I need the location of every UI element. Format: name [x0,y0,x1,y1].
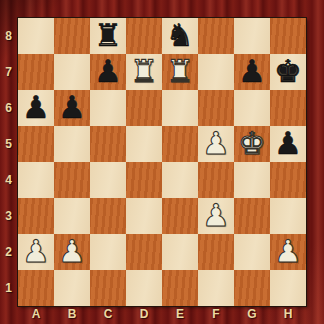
square-e5[interactable] [162,126,198,162]
square-h4[interactable] [270,162,306,198]
black-knight: ♞ [166,17,194,53]
file-label-g: G [234,305,270,324]
square-f1[interactable] [198,270,234,306]
square-e6[interactable] [162,90,198,126]
black-pawn: ♟ [238,53,266,89]
square-c1[interactable] [90,270,126,306]
square-g8[interactable] [234,18,270,54]
square-a5[interactable] [18,126,54,162]
square-h1[interactable] [270,270,306,306]
square-g6[interactable] [234,90,270,126]
rank-label-5: 5 [0,126,17,162]
file-label-d: D [126,305,162,324]
square-b6[interactable]: ♟ [54,90,90,126]
square-e1[interactable] [162,270,198,306]
square-b1[interactable] [54,270,90,306]
square-a3[interactable] [18,198,54,234]
square-c6[interactable] [90,90,126,126]
file-label-a: A [18,305,54,324]
square-h3[interactable] [270,198,306,234]
square-f3[interactable]: ♟ [198,198,234,234]
square-d5[interactable] [126,126,162,162]
black-rook: ♜ [94,17,122,53]
file-label-c: C [90,305,126,324]
square-a6[interactable]: ♟ [18,90,54,126]
square-g1[interactable] [234,270,270,306]
square-c2[interactable] [90,234,126,270]
square-f8[interactable] [198,18,234,54]
square-h7[interactable]: ♚ [270,54,306,90]
chess-board: ♜♞♟♜♜♟♚♟♟♟♚♟♟♟♟♟ [18,18,306,306]
black-pawn: ♟ [58,89,86,125]
white-pawn: ♟ [202,197,230,233]
rank-label-3: 3 [0,198,17,234]
rank-label-2: 2 [0,234,17,270]
white-rook: ♜ [130,53,158,89]
square-c3[interactable] [90,198,126,234]
square-b8[interactable] [54,18,90,54]
square-d8[interactable] [126,18,162,54]
square-h6[interactable] [270,90,306,126]
file-label-e: E [162,305,198,324]
file-label-f: F [198,305,234,324]
black-pawn: ♟ [274,125,302,161]
square-f5[interactable]: ♟ [198,126,234,162]
square-b4[interactable] [54,162,90,198]
square-b7[interactable] [54,54,90,90]
rank-label-4: 4 [0,162,17,198]
square-a7[interactable] [18,54,54,90]
square-g3[interactable] [234,198,270,234]
square-d1[interactable] [126,270,162,306]
square-b2[interactable]: ♟ [54,234,90,270]
square-h8[interactable] [270,18,306,54]
rank-label-8: 8 [0,18,17,54]
square-f6[interactable] [198,90,234,126]
black-king: ♚ [274,53,302,89]
square-h5[interactable]: ♟ [270,126,306,162]
black-pawn: ♟ [94,53,122,89]
square-a8[interactable] [18,18,54,54]
square-b3[interactable] [54,198,90,234]
white-rook: ♜ [166,53,194,89]
white-pawn: ♟ [202,125,230,161]
square-h2[interactable]: ♟ [270,234,306,270]
white-pawn: ♟ [22,233,50,269]
chess-board-frame: ♜♞♟♜♜♟♚♟♟♟♚♟♟♟♟♟ 87654321 ABCDEFGH [0,0,324,324]
square-c7[interactable]: ♟ [90,54,126,90]
square-a4[interactable] [18,162,54,198]
square-a2[interactable]: ♟ [18,234,54,270]
white-pawn: ♟ [274,233,302,269]
square-e7[interactable]: ♜ [162,54,198,90]
square-f4[interactable] [198,162,234,198]
square-c4[interactable] [90,162,126,198]
square-d4[interactable] [126,162,162,198]
file-label-b: B [54,305,90,324]
white-pawn: ♟ [58,233,86,269]
white-king: ♚ [238,125,266,161]
square-d3[interactable] [126,198,162,234]
square-e2[interactable] [162,234,198,270]
rank-label-7: 7 [0,54,17,90]
square-c8[interactable]: ♜ [90,18,126,54]
rank-label-1: 1 [0,270,17,306]
square-f2[interactable] [198,234,234,270]
square-d6[interactable] [126,90,162,126]
black-pawn: ♟ [22,89,50,125]
square-f7[interactable] [198,54,234,90]
square-c5[interactable] [90,126,126,162]
square-d2[interactable] [126,234,162,270]
file-label-h: H [270,305,306,324]
square-a1[interactable] [18,270,54,306]
square-g2[interactable] [234,234,270,270]
square-g7[interactable]: ♟ [234,54,270,90]
square-g4[interactable] [234,162,270,198]
square-b5[interactable] [54,126,90,162]
square-e8[interactable]: ♞ [162,18,198,54]
rank-label-6: 6 [0,90,17,126]
square-e4[interactable] [162,162,198,198]
square-g5[interactable]: ♚ [234,126,270,162]
square-e3[interactable] [162,198,198,234]
square-d7[interactable]: ♜ [126,54,162,90]
